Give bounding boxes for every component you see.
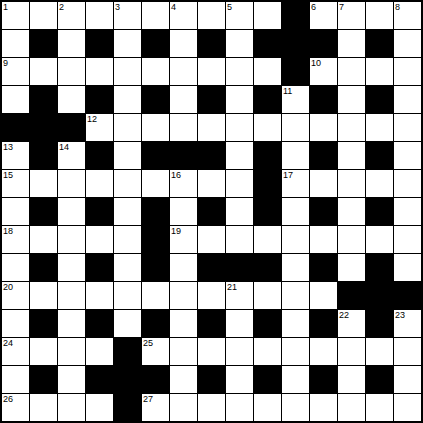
block-cell-r0c10: [282, 2, 309, 29]
cell-r10c8[interactable]: 21: [226, 282, 253, 309]
cell-r4c5[interactable]: [142, 114, 169, 141]
cell-r10c10[interactable]: [282, 282, 309, 309]
cell-r5c0[interactable]: 13: [2, 142, 29, 169]
clue-number-20: 20: [3, 282, 13, 292]
cell-r8c13[interactable]: [366, 226, 393, 253]
cell-r9c2[interactable]: [58, 254, 85, 281]
clue-number-16: 16: [171, 170, 181, 180]
cell-r8c0[interactable]: 18: [2, 226, 29, 253]
cell-r0c3[interactable]: [86, 2, 113, 29]
block-cell-r13c4: [114, 366, 141, 393]
block-cell-r11c13: [366, 310, 393, 337]
cell-r14c10[interactable]: [282, 394, 309, 421]
block-cell-r1c7: [198, 30, 225, 57]
clue-number-7: 7: [339, 2, 344, 12]
cell-r14c3[interactable]: [86, 394, 113, 421]
cell-r8c8[interactable]: [226, 226, 253, 253]
block-cell-r9c5: [142, 254, 169, 281]
clue-number-6: 6: [311, 2, 316, 12]
cell-r4c7[interactable]: [198, 114, 225, 141]
cell-r3c2[interactable]: [58, 86, 85, 113]
clue-number-15: 15: [3, 170, 13, 180]
cell-r2c14[interactable]: [394, 58, 421, 85]
cell-r8c9[interactable]: [254, 226, 281, 253]
cell-r3c0[interactable]: [2, 86, 29, 113]
block-cell-r1c5: [142, 30, 169, 57]
cell-r7c10[interactable]: [282, 198, 309, 225]
block-cell-r4c0: [2, 114, 29, 141]
cell-r14c12[interactable]: [338, 394, 365, 421]
cell-r5c12[interactable]: [338, 142, 365, 169]
cell-r0c1[interactable]: [30, 2, 57, 29]
cell-r13c14[interactable]: [394, 366, 421, 393]
block-cell-r11c1: [30, 310, 57, 337]
cell-r1c4[interactable]: [114, 30, 141, 57]
cell-r14c8[interactable]: [226, 394, 253, 421]
block-cell-r7c5: [142, 198, 169, 225]
cell-r7c14[interactable]: [394, 198, 421, 225]
cell-r11c4[interactable]: [114, 310, 141, 337]
block-cell-r1c13: [366, 30, 393, 57]
cell-r9c4[interactable]: [114, 254, 141, 281]
crossword-puzzle: 1234567891011121314151617181920212223242…: [0, 0, 423, 423]
cell-r12c12[interactable]: [338, 338, 365, 365]
cell-r10c2[interactable]: [58, 282, 85, 309]
cell-r5c2[interactable]: 14: [58, 142, 85, 169]
clue-number-3: 3: [115, 2, 120, 12]
cell-r3c10[interactable]: 11: [282, 86, 309, 113]
clue-number-21: 21: [227, 282, 237, 292]
cell-r12c9[interactable]: [254, 338, 281, 365]
block-cell-r5c3: [86, 142, 113, 169]
cell-r12c10[interactable]: [282, 338, 309, 365]
cell-r1c8[interactable]: [226, 30, 253, 57]
cell-r12c13[interactable]: [366, 338, 393, 365]
cell-r4c13[interactable]: [366, 114, 393, 141]
block-cell-r9c13: [366, 254, 393, 281]
block-cell-r4c1: [30, 114, 57, 141]
cell-r14c9[interactable]: [254, 394, 281, 421]
block-cell-r13c7: [198, 366, 225, 393]
cell-r11c8[interactable]: [226, 310, 253, 337]
block-cell-r5c6: [170, 142, 197, 169]
cell-r10c7[interactable]: [198, 282, 225, 309]
cell-r13c12[interactable]: [338, 366, 365, 393]
cell-r12c2[interactable]: [58, 338, 85, 365]
cell-r1c2[interactable]: [58, 30, 85, 57]
block-cell-r3c9: [254, 86, 281, 113]
block-cell-r13c3: [86, 366, 113, 393]
clue-number-9: 9: [3, 58, 8, 68]
block-cell-r1c10: [282, 30, 309, 57]
cell-r2c11[interactable]: 10: [310, 58, 337, 85]
cell-r3c8[interactable]: [226, 86, 253, 113]
cell-r0c8[interactable]: 5: [226, 2, 253, 29]
cell-r13c10[interactable]: [282, 366, 309, 393]
block-cell-r9c9: [254, 254, 281, 281]
cell-r11c10[interactable]: [282, 310, 309, 337]
cell-r8c1[interactable]: [30, 226, 57, 253]
cell-r12c6[interactable]: [170, 338, 197, 365]
block-cell-r13c11: [310, 366, 337, 393]
cell-r11c2[interactable]: [58, 310, 85, 337]
cell-r4c10[interactable]: [282, 114, 309, 141]
cell-r0c6[interactable]: 4: [170, 2, 197, 29]
cell-r5c14[interactable]: [394, 142, 421, 169]
cell-r14c14[interactable]: [394, 394, 421, 421]
cell-r4c6[interactable]: [170, 114, 197, 141]
block-cell-r7c3: [86, 198, 113, 225]
cell-r4c3[interactable]: 12: [86, 114, 113, 141]
cell-r7c12[interactable]: [338, 198, 365, 225]
cell-r9c12[interactable]: [338, 254, 365, 281]
block-cell-r10c12: [338, 282, 365, 309]
cell-r8c14[interactable]: [394, 226, 421, 253]
clue-number-23: 23: [395, 310, 405, 320]
block-cell-r1c1: [30, 30, 57, 57]
cell-r9c6[interactable]: [170, 254, 197, 281]
block-cell-r2c10: [282, 58, 309, 85]
cell-r8c3[interactable]: [86, 226, 113, 253]
cell-r2c13[interactable]: [366, 58, 393, 85]
clue-number-25: 25: [143, 338, 153, 348]
cell-r11c0[interactable]: [2, 310, 29, 337]
cell-r12c14[interactable]: [394, 338, 421, 365]
cell-r11c12[interactable]: 22: [338, 310, 365, 337]
cell-r6c0[interactable]: 15: [2, 170, 29, 197]
clue-number-1: 1: [3, 2, 8, 12]
block-cell-r13c13: [366, 366, 393, 393]
cell-r7c6[interactable]: [170, 198, 197, 225]
block-cell-r1c11: [310, 30, 337, 57]
cell-r10c5[interactable]: [142, 282, 169, 309]
cell-r12c7[interactable]: [198, 338, 225, 365]
cell-r14c0[interactable]: 26: [2, 394, 29, 421]
cell-r4c11[interactable]: [310, 114, 337, 141]
cell-r9c10[interactable]: [282, 254, 309, 281]
cell-r4c14[interactable]: [394, 114, 421, 141]
cell-r2c7[interactable]: [198, 58, 225, 85]
cell-r2c2[interactable]: [58, 58, 85, 85]
clue-number-24: 24: [3, 338, 13, 348]
block-cell-r11c7: [198, 310, 225, 337]
cell-r6c8[interactable]: [226, 170, 253, 197]
cell-r6c6[interactable]: 16: [170, 170, 197, 197]
block-cell-r11c5: [142, 310, 169, 337]
cell-r11c14[interactable]: 23: [394, 310, 421, 337]
cell-r1c0[interactable]: [2, 30, 29, 57]
block-cell-r13c9: [254, 366, 281, 393]
block-cell-r1c3: [86, 30, 113, 57]
cell-r6c7[interactable]: [198, 170, 225, 197]
cell-r13c8[interactable]: [226, 366, 253, 393]
cell-r12c11[interactable]: [310, 338, 337, 365]
cell-r4c4[interactable]: [114, 114, 141, 141]
cell-r4c8[interactable]: [226, 114, 253, 141]
block-cell-r11c3: [86, 310, 113, 337]
clue-number-18: 18: [3, 226, 13, 236]
cell-r0c11[interactable]: 6: [310, 2, 337, 29]
cell-r4c9[interactable]: [254, 114, 281, 141]
block-cell-r3c13: [366, 86, 393, 113]
block-cell-r11c11: [310, 310, 337, 337]
cell-r12c5[interactable]: 25: [142, 338, 169, 365]
cell-r2c4[interactable]: [114, 58, 141, 85]
block-cell-r7c1: [30, 198, 57, 225]
cell-r3c14[interactable]: [394, 86, 421, 113]
clue-number-10: 10: [311, 58, 321, 68]
cell-r14c1[interactable]: [30, 394, 57, 421]
cell-r0c2[interactable]: 2: [58, 2, 85, 29]
clue-number-14: 14: [59, 142, 69, 152]
cell-r2c0[interactable]: 9: [2, 58, 29, 85]
cell-r6c1[interactable]: [30, 170, 57, 197]
cell-r0c14[interactable]: 8: [394, 2, 421, 29]
block-cell-r13c5: [142, 366, 169, 393]
cell-r12c1[interactable]: [30, 338, 57, 365]
cell-r14c11[interactable]: [310, 394, 337, 421]
clue-number-26: 26: [3, 394, 13, 404]
block-cell-r8c5: [142, 226, 169, 253]
block-cell-r13c1: [30, 366, 57, 393]
cell-r10c3[interactable]: [86, 282, 113, 309]
cell-r6c4[interactable]: [114, 170, 141, 197]
clue-number-8: 8: [395, 2, 400, 12]
cell-r8c2[interactable]: [58, 226, 85, 253]
cell-r0c0[interactable]: 1: [2, 2, 29, 29]
cell-r1c14[interactable]: [394, 30, 421, 57]
cell-r14c6[interactable]: [170, 394, 197, 421]
cell-r3c12[interactable]: [338, 86, 365, 113]
cell-r14c2[interactable]: [58, 394, 85, 421]
cell-r5c8[interactable]: [226, 142, 253, 169]
clue-number-5: 5: [227, 2, 232, 12]
cell-r6c13[interactable]: [366, 170, 393, 197]
clue-number-19: 19: [171, 226, 181, 236]
clue-number-27: 27: [143, 394, 153, 404]
cell-r13c6[interactable]: [170, 366, 197, 393]
block-cell-r9c1: [30, 254, 57, 281]
block-cell-r3c7: [198, 86, 225, 113]
clue-number-4: 4: [171, 2, 176, 12]
block-cell-r4c2: [58, 114, 85, 141]
cell-r12c3[interactable]: [86, 338, 113, 365]
block-cell-r3c3: [86, 86, 113, 113]
cell-r8c6[interactable]: 19: [170, 226, 197, 253]
cell-r10c11[interactable]: [310, 282, 337, 309]
cell-r8c12[interactable]: [338, 226, 365, 253]
clue-number-11: 11: [283, 86, 292, 96]
block-cell-r3c11: [310, 86, 337, 113]
block-cell-r9c8: [226, 254, 253, 281]
block-cell-r9c3: [86, 254, 113, 281]
cell-r0c13[interactable]: [366, 2, 393, 29]
block-cell-r12c4: [114, 338, 141, 365]
cell-r12c8[interactable]: [226, 338, 253, 365]
cell-r10c9[interactable]: [254, 282, 281, 309]
block-cell-r10c13: [366, 282, 393, 309]
cell-r12c0[interactable]: 24: [2, 338, 29, 365]
cell-r7c4[interactable]: [114, 198, 141, 225]
cell-r0c12[interactable]: 7: [338, 2, 365, 29]
cell-r9c14[interactable]: [394, 254, 421, 281]
block-cell-r3c1: [30, 86, 57, 113]
block-cell-r7c9: [254, 198, 281, 225]
cell-r13c0[interactable]: [2, 366, 29, 393]
block-cell-r11c9: [254, 310, 281, 337]
cell-r6c14[interactable]: [394, 170, 421, 197]
cell-r2c6[interactable]: [170, 58, 197, 85]
cell-r3c4[interactable]: [114, 86, 141, 113]
cell-r8c7[interactable]: [198, 226, 225, 253]
crossword-grid: 1234567891011121314151617181920212223242…: [0, 0, 423, 423]
block-cell-r5c13: [366, 142, 393, 169]
cell-r1c12[interactable]: [338, 30, 365, 57]
cell-r6c10[interactable]: 17: [282, 170, 309, 197]
block-cell-r6c9: [254, 170, 281, 197]
cell-r3c6[interactable]: [170, 86, 197, 113]
block-cell-r3c5: [142, 86, 169, 113]
block-cell-r10c14: [394, 282, 421, 309]
block-cell-r7c11: [310, 198, 337, 225]
clue-number-12: 12: [87, 114, 97, 124]
clue-number-2: 2: [59, 2, 64, 12]
cell-r0c7[interactable]: [198, 2, 225, 29]
cell-r11c6[interactable]: [170, 310, 197, 337]
cell-r2c1[interactable]: [30, 58, 57, 85]
cell-r14c7[interactable]: [198, 394, 225, 421]
cell-r4c12[interactable]: [338, 114, 365, 141]
block-cell-r5c5: [142, 142, 169, 169]
cell-r2c3[interactable]: [86, 58, 113, 85]
block-cell-r9c7: [198, 254, 225, 281]
block-cell-r5c1: [30, 142, 57, 169]
block-cell-r5c11: [310, 142, 337, 169]
block-cell-r5c7: [198, 142, 225, 169]
cell-r10c4[interactable]: [114, 282, 141, 309]
clue-number-22: 22: [339, 310, 349, 320]
block-cell-r5c9: [254, 142, 281, 169]
cell-r8c4[interactable]: [114, 226, 141, 253]
cell-r2c8[interactable]: [226, 58, 253, 85]
block-cell-r14c4: [114, 394, 141, 421]
cell-r6c2[interactable]: [58, 170, 85, 197]
cell-r1c6[interactable]: [170, 30, 197, 57]
cell-r10c1[interactable]: [30, 282, 57, 309]
cell-r2c12[interactable]: [338, 58, 365, 85]
cell-r5c10[interactable]: [282, 142, 309, 169]
block-cell-r9c11: [310, 254, 337, 281]
cell-r9c0[interactable]: [2, 254, 29, 281]
cell-r0c9[interactable]: [254, 2, 281, 29]
cell-r6c12[interactable]: [338, 170, 365, 197]
cell-r14c13[interactable]: [366, 394, 393, 421]
cell-r13c2[interactable]: [58, 366, 85, 393]
block-cell-r7c13: [366, 198, 393, 225]
cell-r7c0[interactable]: [2, 198, 29, 225]
cell-r14c5[interactable]: 27: [142, 394, 169, 421]
cell-r10c6[interactable]: [170, 282, 197, 309]
cell-r6c11[interactable]: [310, 170, 337, 197]
block-cell-r7c7: [198, 198, 225, 225]
cell-r2c5[interactable]: [142, 58, 169, 85]
cell-r5c4[interactable]: [114, 142, 141, 169]
block-cell-r1c9: [254, 30, 281, 57]
clue-number-17: 17: [283, 170, 293, 180]
cell-r0c4[interactable]: 3: [114, 2, 141, 29]
cell-r7c8[interactable]: [226, 198, 253, 225]
cell-r10c0[interactable]: 20: [2, 282, 29, 309]
cell-r8c11[interactable]: [310, 226, 337, 253]
cell-r6c5[interactable]: [142, 170, 169, 197]
cell-r0c5[interactable]: [142, 2, 169, 29]
cell-r2c9[interactable]: [254, 58, 281, 85]
clue-number-13: 13: [3, 142, 13, 152]
cell-r7c2[interactable]: [58, 198, 85, 225]
cell-r8c10[interactable]: [282, 226, 309, 253]
cell-r6c3[interactable]: [86, 170, 113, 197]
